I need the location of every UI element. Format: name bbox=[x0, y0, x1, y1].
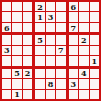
sudoku-cell-r9c3[interactable] bbox=[23, 90, 32, 99]
sudoku-cell-r7c7[interactable] bbox=[69, 69, 78, 78]
sudoku-cell-r6c3[interactable] bbox=[23, 56, 32, 65]
sudoku-cell-r7c1[interactable] bbox=[2, 69, 11, 78]
sudoku-cell-r2c4[interactable]: 1 bbox=[35, 12, 44, 21]
sudoku-cell-r9c5[interactable] bbox=[46, 90, 55, 99]
sudoku-cell-r9c8[interactable] bbox=[79, 90, 88, 99]
sudoku-cell-r8c1[interactable] bbox=[2, 79, 11, 88]
sudoku-cell-r1c7[interactable]: 6 bbox=[69, 2, 78, 11]
sudoku-cell-r8c5[interactable]: 8 bbox=[46, 79, 55, 88]
sudoku-cell-r8c4[interactable] bbox=[35, 79, 44, 88]
sudoku-cell-r9c1[interactable] bbox=[2, 90, 11, 99]
sudoku-cell-r2c1[interactable] bbox=[2, 12, 11, 21]
sudoku-cell-r2c9[interactable] bbox=[90, 12, 99, 21]
sudoku-cell-r1c8[interactable] bbox=[79, 2, 88, 11]
sudoku-cell-r3c7[interactable]: 7 bbox=[69, 23, 78, 32]
sudoku-cell-r2c3[interactable] bbox=[23, 12, 32, 21]
sudoku-cell-r3c6[interactable] bbox=[56, 23, 65, 32]
sudoku-cell-r7c4[interactable] bbox=[35, 69, 44, 78]
sudoku-cell-r6c6[interactable] bbox=[56, 56, 65, 65]
sudoku-cell-r1c5[interactable] bbox=[46, 2, 55, 11]
sudoku-cell-r4c6[interactable] bbox=[56, 35, 65, 44]
sudoku-cell-r9c9[interactable] bbox=[90, 90, 99, 99]
sudoku-cell-r5c9[interactable] bbox=[90, 46, 99, 55]
sudoku-cell-r4c7[interactable] bbox=[69, 35, 78, 44]
sudoku-cell-r6c1[interactable] bbox=[2, 56, 11, 65]
sudoku-cell-r2c5[interactable]: 3 bbox=[46, 12, 55, 21]
sudoku-cell-r6c2[interactable] bbox=[12, 56, 21, 65]
sudoku-cell-r1c3[interactable] bbox=[23, 2, 32, 11]
sudoku-cell-r5c8[interactable] bbox=[79, 46, 88, 55]
sudoku-cell-r3c4[interactable] bbox=[35, 23, 44, 32]
sudoku-cell-r7c5[interactable] bbox=[46, 69, 55, 78]
sudoku-cell-r3c8[interactable] bbox=[79, 23, 88, 32]
sudoku-cell-r7c9[interactable] bbox=[90, 69, 99, 78]
sudoku-cell-r1c2[interactable] bbox=[12, 2, 21, 11]
sudoku-cell-r4c2[interactable] bbox=[12, 35, 21, 44]
sudoku-board: 26136752371524831 bbox=[0, 0, 101, 101]
sudoku-cell-r5c5[interactable] bbox=[46, 46, 55, 55]
sudoku-cell-r5c3[interactable] bbox=[23, 46, 32, 55]
sudoku-cell-r9c6[interactable] bbox=[56, 90, 65, 99]
sudoku-cell-r1c1[interactable] bbox=[2, 2, 11, 11]
sudoku-cell-r2c8[interactable] bbox=[79, 12, 88, 21]
sudoku-cell-r1c9[interactable] bbox=[90, 2, 99, 11]
sudoku-cell-r8c6[interactable] bbox=[56, 79, 65, 88]
sudoku-cell-r4c9[interactable] bbox=[90, 35, 99, 44]
sudoku-cell-r8c8[interactable] bbox=[79, 79, 88, 88]
sudoku-cell-r6c9[interactable]: 1 bbox=[90, 56, 99, 65]
sudoku-cell-r5c1[interactable]: 3 bbox=[2, 46, 11, 55]
sudoku-cell-r2c6[interactable] bbox=[56, 12, 65, 21]
sudoku-cell-r2c7[interactable] bbox=[69, 12, 78, 21]
sudoku-cell-r8c9[interactable] bbox=[90, 79, 99, 88]
sudoku-cell-r4c8[interactable]: 2 bbox=[79, 35, 88, 44]
sudoku-cell-r3c9[interactable] bbox=[90, 23, 99, 32]
sudoku-cell-r4c3[interactable] bbox=[23, 35, 32, 44]
sudoku-cell-r4c4[interactable]: 5 bbox=[35, 35, 44, 44]
sudoku-cell-r7c2[interactable]: 5 bbox=[12, 69, 21, 78]
sudoku-cell-r6c8[interactable] bbox=[79, 56, 88, 65]
sudoku-cell-r1c4[interactable]: 2 bbox=[35, 2, 44, 11]
sudoku-cell-r3c3[interactable] bbox=[23, 23, 32, 32]
sudoku-cell-r8c2[interactable] bbox=[12, 79, 21, 88]
sudoku-cell-r3c1[interactable]: 6 bbox=[2, 23, 11, 32]
sudoku-cell-r9c7[interactable] bbox=[69, 90, 78, 99]
sudoku-cell-r6c5[interactable] bbox=[46, 56, 55, 65]
sudoku-cell-r8c7[interactable]: 3 bbox=[69, 79, 78, 88]
sudoku-cell-r4c1[interactable] bbox=[2, 35, 11, 44]
sudoku-cell-r7c6[interactable] bbox=[56, 69, 65, 78]
sudoku-cell-r7c3[interactable]: 2 bbox=[23, 69, 32, 78]
sudoku-cell-r4c5[interactable] bbox=[46, 35, 55, 44]
sudoku-cell-r9c2[interactable]: 1 bbox=[12, 90, 21, 99]
sudoku-cell-r5c6[interactable]: 7 bbox=[56, 46, 65, 55]
sudoku-cell-r9c4[interactable] bbox=[35, 90, 44, 99]
sudoku-cell-r2c2[interactable] bbox=[12, 12, 21, 21]
sudoku-cell-r3c5[interactable] bbox=[46, 23, 55, 32]
sudoku-cell-r1c6[interactable] bbox=[56, 2, 65, 11]
sudoku-cell-r5c2[interactable] bbox=[12, 46, 21, 55]
sudoku-cell-r3c2[interactable] bbox=[12, 23, 21, 32]
sudoku-cell-r7c8[interactable]: 4 bbox=[79, 69, 88, 78]
sudoku-cell-r8c3[interactable] bbox=[23, 79, 32, 88]
sudoku-cell-r5c4[interactable] bbox=[35, 46, 44, 55]
sudoku-cell-r5c7[interactable] bbox=[69, 46, 78, 55]
sudoku-cell-r6c7[interactable] bbox=[69, 56, 78, 65]
sudoku-cell-r6c4[interactable] bbox=[35, 56, 44, 65]
